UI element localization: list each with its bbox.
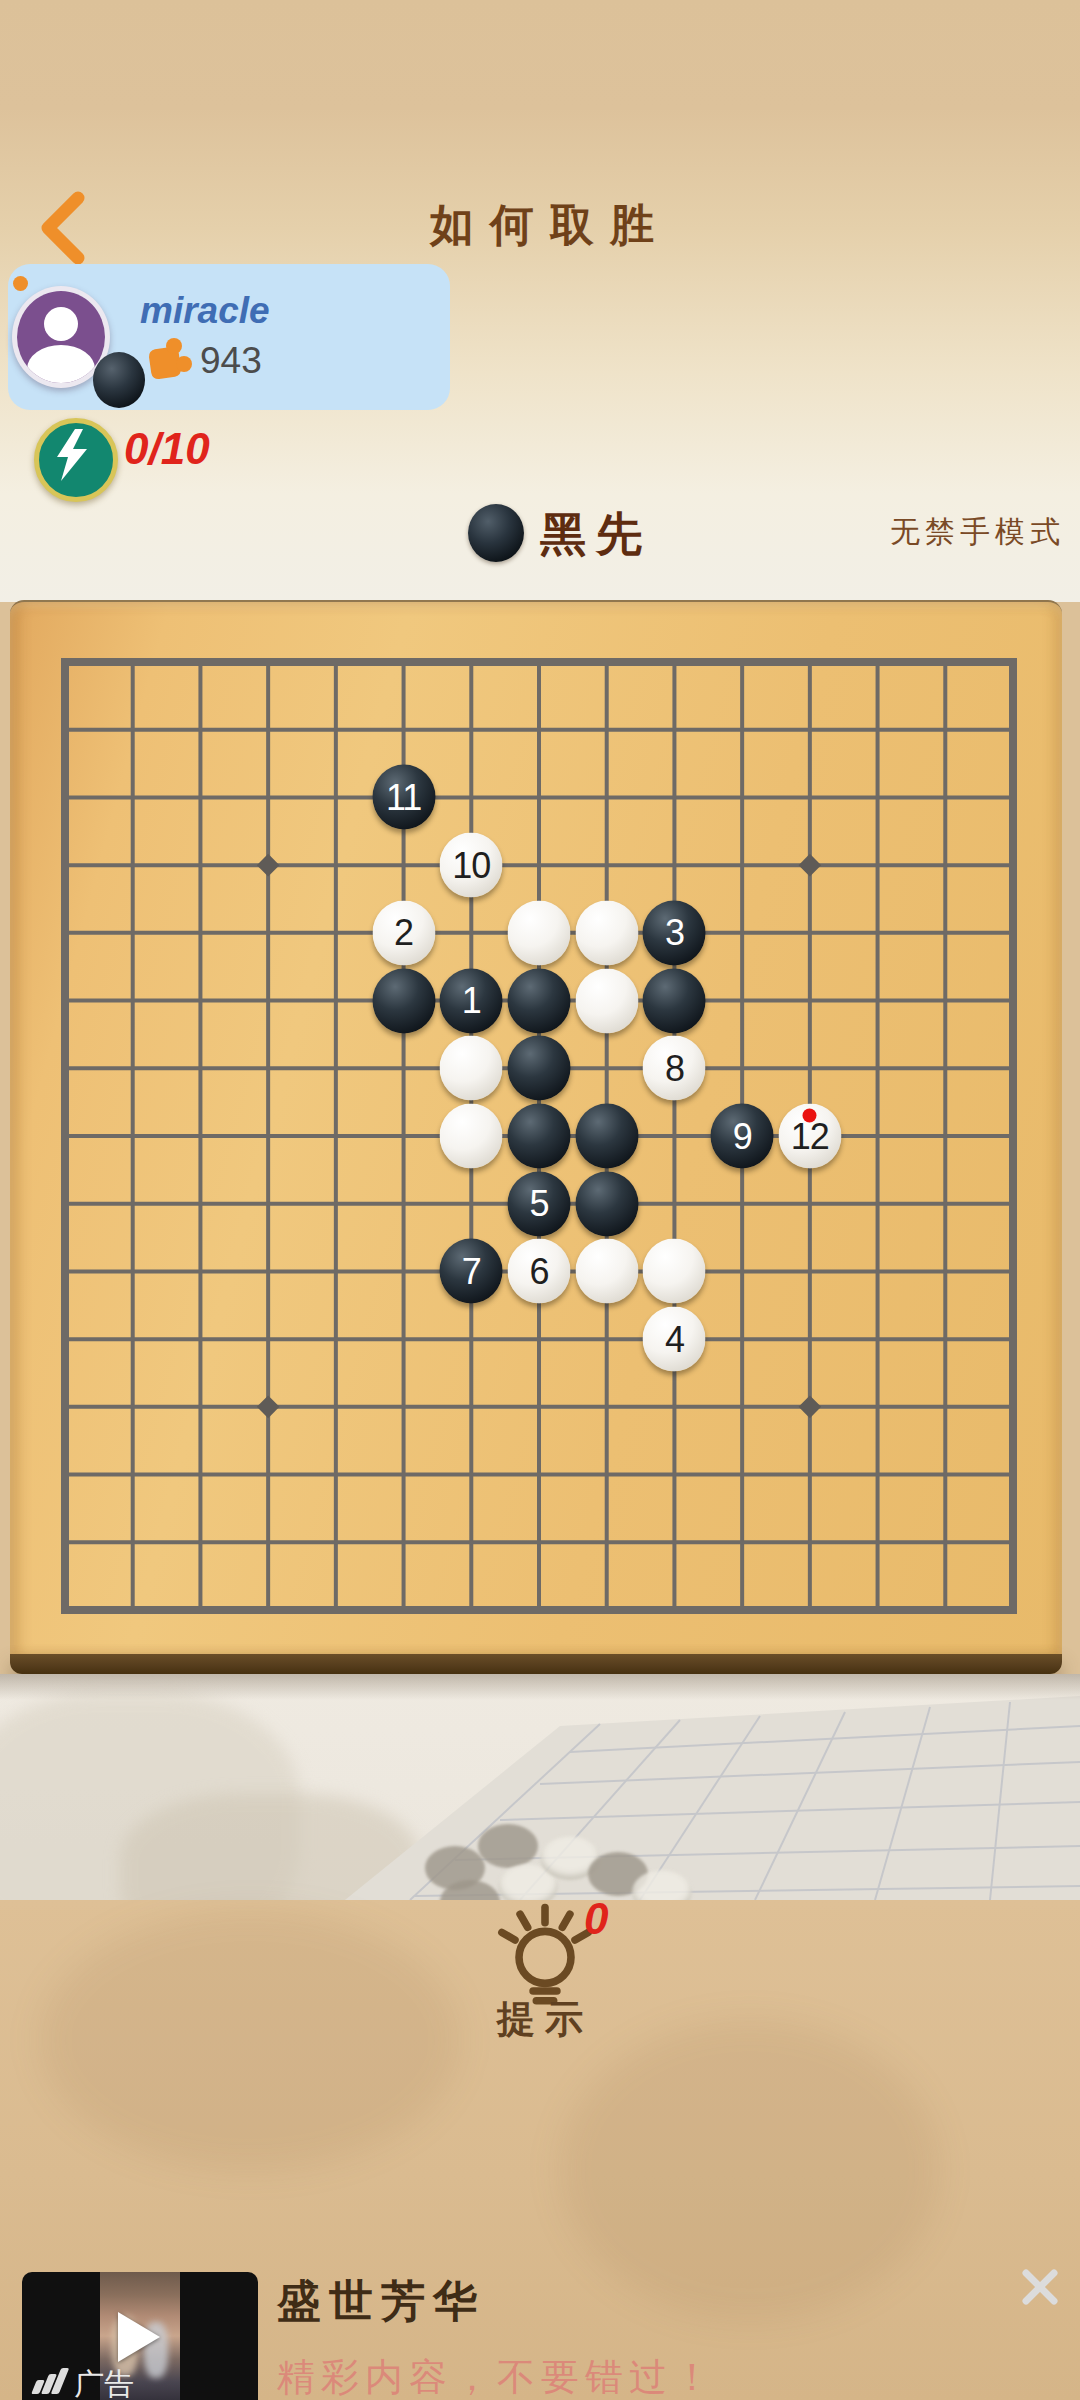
stone-move-number: 5 <box>529 1183 548 1225</box>
notification-dot-icon <box>13 276 28 291</box>
gomoku-board[interactable]: 111023189125764 <box>10 600 1062 1658</box>
energy-badge[interactable] <box>34 418 118 502</box>
stone-move-number: 4 <box>665 1318 684 1360</box>
app-screen: 如何取胜 miracle 943 0/10 黑先 无禁手模式 111023189… <box>0 0 1080 2400</box>
stone-move-number: 10 <box>452 844 490 886</box>
stone-move-number: 6 <box>529 1250 548 1292</box>
black-stone: 3 <box>643 900 706 965</box>
mode-label: 无禁手模式 <box>890 512 1080 553</box>
black-stone-avatar-badge-icon <box>93 352 145 408</box>
hint-label: 提示 <box>455 1994 635 2045</box>
ad-badge: 广告 <box>74 2364 134 2400</box>
turn-label: 黑先 <box>540 504 652 566</box>
energy-count: 0/10 <box>124 424 210 474</box>
ad-network-logo-icon <box>34 2368 70 2396</box>
white-stone: 12 <box>778 1104 841 1169</box>
white-stone: 4 <box>643 1307 706 1372</box>
player-score: 943 <box>200 340 262 382</box>
black-stone <box>508 968 571 1033</box>
stone-move-number: 3 <box>665 912 684 954</box>
white-stone: 8 <box>643 1036 706 1101</box>
black-stone <box>372 968 435 1033</box>
white-stone: 6 <box>508 1239 571 1304</box>
white-stone <box>643 1239 706 1304</box>
black-stone: 9 <box>711 1104 774 1169</box>
stone-move-number: 8 <box>665 1047 684 1089</box>
black-stone <box>643 968 706 1033</box>
white-stone: 10 <box>440 833 503 898</box>
white-stone <box>575 968 638 1033</box>
lightning-icon <box>39 423 103 487</box>
ad-video-thumbnail[interactable]: 广告 <box>22 2272 258 2400</box>
black-stone-turn-icon <box>468 504 524 562</box>
stone-move-number: 2 <box>394 912 413 954</box>
white-stone <box>575 1239 638 1304</box>
stone-layer: 111023189125764 <box>65 662 1013 1610</box>
back-button[interactable] <box>30 188 100 268</box>
stone-move-number: 11 <box>386 776 421 818</box>
black-stone <box>575 1171 638 1236</box>
white-stone <box>508 900 571 965</box>
hint-count: 0 <box>584 1894 608 1944</box>
white-stone <box>440 1104 503 1169</box>
black-stone <box>575 1104 638 1169</box>
player-name: miracle <box>140 290 270 332</box>
ad-title[interactable]: 盛世芳华 <box>277 2272 485 2331</box>
white-stone <box>440 1036 503 1101</box>
stone-move-number: 7 <box>462 1250 481 1292</box>
black-stone <box>508 1104 571 1169</box>
page-title: 如何取胜 <box>340 196 760 255</box>
chevron-left-icon <box>30 188 100 268</box>
board-side-edge <box>10 1654 1062 1674</box>
black-stone: 7 <box>440 1239 503 1304</box>
white-stone: 2 <box>372 900 435 965</box>
stone-move-number: 9 <box>733 1115 752 1157</box>
ad-subtitle: 精彩内容，不要错过！ <box>277 2352 717 2400</box>
puzzle-piece-icon <box>146 336 192 382</box>
close-icon <box>1012 2259 1068 2315</box>
person-icon <box>17 291 105 383</box>
last-move-marker <box>803 1109 817 1123</box>
black-stone: 11 <box>372 765 435 830</box>
ad-close-button[interactable] <box>1012 2259 1068 2315</box>
black-stone: 5 <box>508 1171 571 1236</box>
black-stone: 1 <box>440 968 503 1033</box>
white-stone <box>575 900 638 965</box>
background-scene <box>0 1674 1080 1900</box>
stone-move-number: 1 <box>462 980 481 1022</box>
black-stone <box>508 1036 571 1101</box>
play-icon[interactable] <box>118 2312 160 2362</box>
